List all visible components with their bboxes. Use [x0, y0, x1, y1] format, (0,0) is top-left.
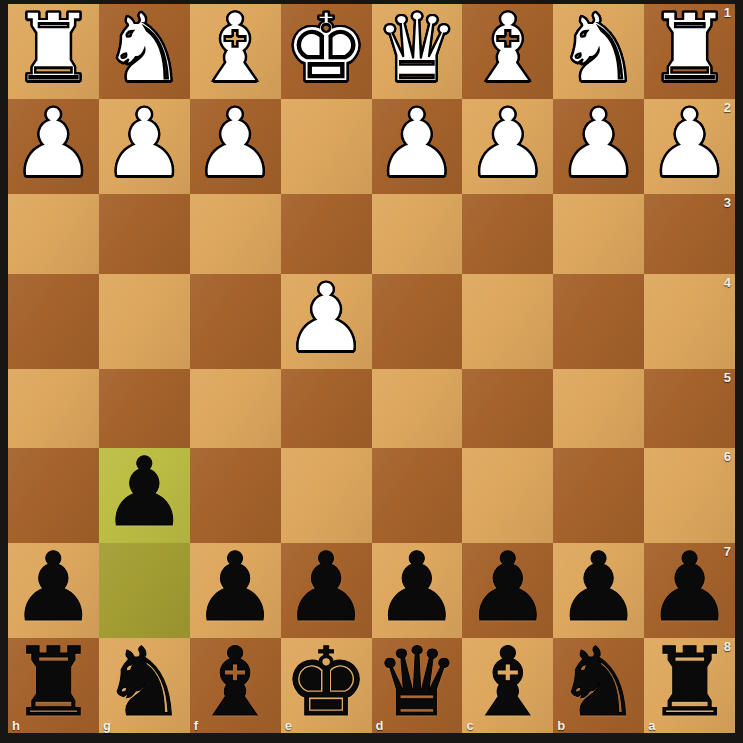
square-f7[interactable]: ♟ — [190, 543, 281, 638]
black-pawn-b7[interactable]: ♟ — [556, 540, 641, 635]
white-bishop-f1[interactable]: ♝ — [193, 1, 278, 96]
black-pawn-f7[interactable]: ♟ — [193, 540, 278, 635]
square-h5[interactable] — [8, 369, 99, 449]
square-f4[interactable] — [190, 274, 281, 369]
square-b3[interactable] — [553, 194, 644, 274]
square-d1[interactable]: ♛ — [372, 4, 463, 99]
square-f6[interactable] — [190, 448, 281, 543]
white-knight-g1[interactable]: ♞ — [102, 1, 187, 96]
chess-board: ♜♞♝♚♛♝♞♜1♟♟♟♟♟♟♟23♟45♟6♟♟♟♟♟♟♟7♜h♞g♝f♚e♛… — [8, 4, 735, 733]
square-a1[interactable]: ♜1 — [644, 4, 735, 99]
white-king-e1[interactable]: ♚ — [283, 1, 368, 96]
square-g4[interactable] — [99, 274, 190, 369]
white-pawn-b2[interactable]: ♟ — [556, 96, 641, 191]
white-pawn-c2[interactable]: ♟ — [465, 96, 550, 191]
square-g2[interactable]: ♟ — [99, 99, 190, 194]
white-pawn-h2[interactable]: ♟ — [11, 96, 96, 191]
rank-label-5: 5 — [724, 370, 731, 385]
black-bishop-c8[interactable]: ♝ — [465, 635, 550, 730]
rank-label-6: 6 — [724, 449, 731, 464]
black-bishop-f8[interactable]: ♝ — [193, 635, 278, 730]
board-frame: ♜♞♝♚♛♝♞♜1♟♟♟♟♟♟♟23♟45♟6♟♟♟♟♟♟♟7♜h♞g♝f♚e♛… — [0, 0, 743, 743]
white-knight-b1[interactable]: ♞ — [556, 1, 641, 96]
square-h6[interactable] — [8, 448, 99, 543]
black-pawn-d7[interactable]: ♟ — [374, 540, 459, 635]
square-h1[interactable]: ♜ — [8, 4, 99, 99]
square-h2[interactable]: ♟ — [8, 99, 99, 194]
square-e2[interactable] — [281, 99, 372, 194]
square-h7[interactable]: ♟ — [8, 543, 99, 638]
square-f8[interactable]: ♝f — [190, 638, 281, 733]
black-pawn-h7[interactable]: ♟ — [11, 540, 96, 635]
square-a7[interactable]: ♟7 — [644, 543, 735, 638]
square-d7[interactable]: ♟ — [372, 543, 463, 638]
black-pawn-g6[interactable]: ♟ — [102, 445, 187, 540]
square-f1[interactable]: ♝ — [190, 4, 281, 99]
square-a6[interactable]: 6 — [644, 448, 735, 543]
square-d8[interactable]: ♛d — [372, 638, 463, 733]
square-a2[interactable]: ♟2 — [644, 99, 735, 194]
square-c5[interactable] — [462, 369, 553, 449]
square-e7[interactable]: ♟ — [281, 543, 372, 638]
black-pawn-c7[interactable]: ♟ — [465, 540, 550, 635]
square-d2[interactable]: ♟ — [372, 99, 463, 194]
square-h4[interactable] — [8, 274, 99, 369]
square-b6[interactable] — [553, 448, 644, 543]
white-pawn-d2[interactable]: ♟ — [374, 96, 459, 191]
square-d5[interactable] — [372, 369, 463, 449]
black-pawn-e7[interactable]: ♟ — [283, 540, 368, 635]
square-d3[interactable] — [372, 194, 463, 274]
square-b5[interactable] — [553, 369, 644, 449]
square-g8[interactable]: ♞g — [99, 638, 190, 733]
square-g7[interactable] — [99, 543, 190, 638]
square-g1[interactable]: ♞ — [99, 4, 190, 99]
square-c1[interactable]: ♝ — [462, 4, 553, 99]
white-pawn-e4[interactable]: ♟ — [283, 271, 368, 366]
white-bishop-c1[interactable]: ♝ — [465, 1, 550, 96]
black-rook-a8[interactable]: ♜ — [647, 635, 732, 730]
white-pawn-a2[interactable]: ♟ — [647, 96, 732, 191]
square-c8[interactable]: ♝c — [462, 638, 553, 733]
rank-label-4: 4 — [724, 275, 731, 290]
white-queen-d1[interactable]: ♛ — [374, 1, 459, 96]
square-a4[interactable]: 4 — [644, 274, 735, 369]
square-b7[interactable]: ♟ — [553, 543, 644, 638]
square-c3[interactable] — [462, 194, 553, 274]
square-c4[interactable] — [462, 274, 553, 369]
black-queen-d8[interactable]: ♛ — [374, 635, 459, 730]
white-pawn-f2[interactable]: ♟ — [193, 96, 278, 191]
square-e1[interactable]: ♚ — [281, 4, 372, 99]
white-rook-h1[interactable]: ♜ — [11, 1, 96, 96]
white-rook-a1[interactable]: ♜ — [647, 1, 732, 96]
square-f3[interactable] — [190, 194, 281, 274]
square-h8[interactable]: ♜h — [8, 638, 99, 733]
black-pawn-a7[interactable]: ♟ — [647, 540, 732, 635]
square-d6[interactable] — [372, 448, 463, 543]
square-f5[interactable] — [190, 369, 281, 449]
square-b4[interactable] — [553, 274, 644, 369]
square-e5[interactable] — [281, 369, 372, 449]
square-c7[interactable]: ♟ — [462, 543, 553, 638]
black-king-e8[interactable]: ♚ — [283, 635, 368, 730]
square-a8[interactable]: ♜8a — [644, 638, 735, 733]
square-g3[interactable] — [99, 194, 190, 274]
black-rook-h8[interactable]: ♜ — [11, 635, 96, 730]
square-h3[interactable] — [8, 194, 99, 274]
square-b1[interactable]: ♞ — [553, 4, 644, 99]
square-a3[interactable]: 3 — [644, 194, 735, 274]
square-g6[interactable]: ♟ — [99, 448, 190, 543]
square-b2[interactable]: ♟ — [553, 99, 644, 194]
black-knight-b8[interactable]: ♞ — [556, 635, 641, 730]
square-e8[interactable]: ♚e — [281, 638, 372, 733]
square-c2[interactable]: ♟ — [462, 99, 553, 194]
square-d4[interactable] — [372, 274, 463, 369]
square-a5[interactable]: 5 — [644, 369, 735, 449]
square-e6[interactable] — [281, 448, 372, 543]
black-knight-g8[interactable]: ♞ — [102, 635, 187, 730]
square-f2[interactable]: ♟ — [190, 99, 281, 194]
square-c6[interactable] — [462, 448, 553, 543]
white-pawn-g2[interactable]: ♟ — [102, 96, 187, 191]
square-e4[interactable]: ♟ — [281, 274, 372, 369]
square-b8[interactable]: ♞b — [553, 638, 644, 733]
